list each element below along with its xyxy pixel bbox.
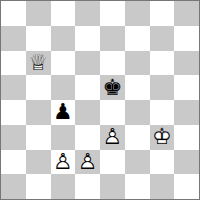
square-e5[interactable]: ♚ <box>100 75 125 100</box>
square-a1[interactable] <box>1 174 26 199</box>
square-f6[interactable] <box>125 51 150 76</box>
chess-board: ♛♕♚♟♟♙♚♔♟♙♟♙ <box>0 0 200 200</box>
square-d7[interactable] <box>75 26 100 51</box>
square-c1[interactable] <box>51 174 76 199</box>
white-pawn-c2[interactable]: ♟♙ <box>51 150 76 175</box>
square-f8[interactable] <box>125 1 150 26</box>
square-f3[interactable] <box>125 125 150 150</box>
square-g2[interactable] <box>150 150 175 175</box>
square-a8[interactable] <box>1 1 26 26</box>
square-a5[interactable] <box>1 75 26 100</box>
square-h3[interactable] <box>174 125 199 150</box>
square-g7[interactable] <box>150 26 175 51</box>
square-e6[interactable] <box>100 51 125 76</box>
white-pawn-d2[interactable]: ♟♙ <box>75 150 100 175</box>
square-a2[interactable] <box>1 150 26 175</box>
white-king-g3[interactable]: ♚♔ <box>150 125 175 150</box>
square-h6[interactable] <box>174 51 199 76</box>
square-h4[interactable] <box>174 100 199 125</box>
square-g4[interactable] <box>150 100 175 125</box>
black-pawn-c4[interactable]: ♟ <box>51 100 76 125</box>
square-b2[interactable] <box>26 150 51 175</box>
white-pawn-outline: ♙ <box>75 150 100 175</box>
square-g6[interactable] <box>150 51 175 76</box>
square-a4[interactable] <box>1 100 26 125</box>
square-b1[interactable] <box>26 174 51 199</box>
square-d8[interactable] <box>75 1 100 26</box>
square-e2[interactable] <box>100 150 125 175</box>
white-king-outline: ♔ <box>150 125 175 150</box>
square-d5[interactable] <box>75 75 100 100</box>
square-b6[interactable]: ♛♕ <box>26 51 51 76</box>
square-e7[interactable] <box>100 26 125 51</box>
square-c5[interactable] <box>51 75 76 100</box>
square-e3[interactable]: ♟♙ <box>100 125 125 150</box>
square-h7[interactable] <box>174 26 199 51</box>
square-f2[interactable] <box>125 150 150 175</box>
black-king-e5[interactable]: ♚ <box>100 75 125 100</box>
square-c7[interactable] <box>51 26 76 51</box>
white-pawn-e3[interactable]: ♟♙ <box>100 125 125 150</box>
square-g5[interactable] <box>150 75 175 100</box>
square-d6[interactable] <box>75 51 100 76</box>
square-c4[interactable]: ♟ <box>51 100 76 125</box>
square-c2[interactable]: ♟♙ <box>51 150 76 175</box>
square-c3[interactable] <box>51 125 76 150</box>
square-e4[interactable] <box>100 100 125 125</box>
square-b8[interactable] <box>26 1 51 26</box>
square-f4[interactable] <box>125 100 150 125</box>
square-d3[interactable] <box>75 125 100 150</box>
square-a3[interactable] <box>1 125 26 150</box>
square-b5[interactable] <box>26 75 51 100</box>
square-h2[interactable] <box>174 150 199 175</box>
square-h1[interactable] <box>174 174 199 199</box>
white-queen-outline: ♕ <box>26 51 51 76</box>
square-d2[interactable]: ♟♙ <box>75 150 100 175</box>
white-pawn-outline: ♙ <box>100 125 125 150</box>
square-f1[interactable] <box>125 174 150 199</box>
square-d1[interactable] <box>75 174 100 199</box>
square-a6[interactable] <box>1 51 26 76</box>
square-f7[interactable] <box>125 26 150 51</box>
square-c6[interactable] <box>51 51 76 76</box>
square-b7[interactable] <box>26 26 51 51</box>
square-g8[interactable] <box>150 1 175 26</box>
square-g3[interactable]: ♚♔ <box>150 125 175 150</box>
square-h5[interactable] <box>174 75 199 100</box>
square-d4[interactable] <box>75 100 100 125</box>
square-c8[interactable] <box>51 1 76 26</box>
square-e1[interactable] <box>100 174 125 199</box>
square-a7[interactable] <box>1 26 26 51</box>
square-h8[interactable] <box>174 1 199 26</box>
square-b4[interactable] <box>26 100 51 125</box>
square-e8[interactable] <box>100 1 125 26</box>
square-f5[interactable] <box>125 75 150 100</box>
square-g1[interactable] <box>150 174 175 199</box>
white-pawn-outline: ♙ <box>51 150 76 175</box>
white-queen-b6[interactable]: ♛♕ <box>26 51 51 76</box>
square-b3[interactable] <box>26 125 51 150</box>
